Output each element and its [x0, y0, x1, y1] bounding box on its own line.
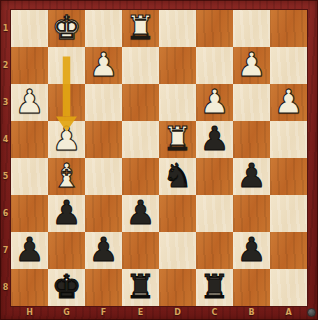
- black-pawn[interactable]: ♟: [122, 195, 159, 232]
- rank-label-3: 3: [0, 84, 11, 121]
- square-h6[interactable]: [11, 195, 48, 232]
- square-d2[interactable]: [159, 47, 196, 84]
- black-pawn[interactable]: ♟: [48, 195, 85, 232]
- square-g1[interactable]: ♚: [48, 10, 85, 47]
- square-c8[interactable]: ♜: [196, 269, 233, 306]
- rank-label-1: 1: [0, 10, 11, 47]
- square-d5[interactable]: ♞: [159, 158, 196, 195]
- file-label-g: G: [48, 306, 85, 320]
- board-frame: ♚♜♟♟♟♟♟♟♜♟♝♞♟♟♟♟♟♟♚♜♜ 12345678 HGFEDCBA: [0, 0, 318, 320]
- square-c3[interactable]: ♟: [196, 84, 233, 121]
- rank-label-8: 8: [0, 269, 11, 306]
- square-g8[interactable]: ♚: [48, 269, 85, 306]
- white-bishop[interactable]: ♝: [48, 158, 85, 195]
- rank-label-2: 2: [0, 47, 11, 84]
- black-pawn[interactable]: ♟: [11, 232, 48, 269]
- rank-label-4: 4: [0, 121, 11, 158]
- square-g5[interactable]: ♝: [48, 158, 85, 195]
- square-b3[interactable]: [233, 84, 270, 121]
- square-c1[interactable]: [196, 10, 233, 47]
- square-f7[interactable]: ♟: [85, 232, 122, 269]
- square-a6[interactable]: [270, 195, 307, 232]
- square-a3[interactable]: ♟: [270, 84, 307, 121]
- square-b4[interactable]: [233, 121, 270, 158]
- square-h8[interactable]: [11, 269, 48, 306]
- file-label-h: H: [11, 306, 48, 320]
- rank-label-7: 7: [0, 232, 11, 269]
- square-e1[interactable]: ♜: [122, 10, 159, 47]
- square-f5[interactable]: [85, 158, 122, 195]
- white-pawn[interactable]: ♟: [196, 84, 233, 121]
- square-a4[interactable]: [270, 121, 307, 158]
- square-d4[interactable]: ♜: [159, 121, 196, 158]
- square-h1[interactable]: [11, 10, 48, 47]
- square-h7[interactable]: ♟: [11, 232, 48, 269]
- black-pawn[interactable]: ♟: [233, 232, 270, 269]
- square-d6[interactable]: [159, 195, 196, 232]
- square-e7[interactable]: [122, 232, 159, 269]
- square-h3[interactable]: ♟: [11, 84, 48, 121]
- black-pawn[interactable]: ♟: [196, 121, 233, 158]
- black-king[interactable]: ♚: [48, 269, 85, 306]
- square-a1[interactable]: [270, 10, 307, 47]
- square-h5[interactable]: [11, 158, 48, 195]
- square-e8[interactable]: ♜: [122, 269, 159, 306]
- square-d7[interactable]: [159, 232, 196, 269]
- square-g7[interactable]: [48, 232, 85, 269]
- square-c4[interactable]: ♟: [196, 121, 233, 158]
- square-b6[interactable]: [233, 195, 270, 232]
- square-c2[interactable]: [196, 47, 233, 84]
- square-b7[interactable]: ♟: [233, 232, 270, 269]
- square-h2[interactable]: [11, 47, 48, 84]
- square-e5[interactable]: [122, 158, 159, 195]
- square-g3[interactable]: [48, 84, 85, 121]
- square-f6[interactable]: [85, 195, 122, 232]
- file-label-d: D: [159, 306, 196, 320]
- file-label-f: F: [85, 306, 122, 320]
- square-b8[interactable]: [233, 269, 270, 306]
- square-f1[interactable]: [85, 10, 122, 47]
- square-f2[interactable]: ♟: [85, 47, 122, 84]
- white-rook[interactable]: ♜: [122, 10, 159, 47]
- square-b5[interactable]: ♟: [233, 158, 270, 195]
- square-e3[interactable]: [122, 84, 159, 121]
- file-label-b: B: [233, 306, 270, 320]
- white-pawn[interactable]: ♟: [11, 84, 48, 121]
- square-f8[interactable]: [85, 269, 122, 306]
- black-pawn[interactable]: ♟: [233, 158, 270, 195]
- square-c6[interactable]: [196, 195, 233, 232]
- square-b1[interactable]: [233, 10, 270, 47]
- square-f3[interactable]: [85, 84, 122, 121]
- file-label-e: E: [122, 306, 159, 320]
- square-a5[interactable]: [270, 158, 307, 195]
- white-rook[interactable]: ♜: [159, 121, 196, 158]
- white-king[interactable]: ♚: [48, 10, 85, 47]
- square-c5[interactable]: [196, 158, 233, 195]
- square-g2[interactable]: [48, 47, 85, 84]
- resize-handle-icon[interactable]: [307, 308, 316, 317]
- black-knight[interactable]: ♞: [159, 158, 196, 195]
- white-pawn[interactable]: ♟: [233, 47, 270, 84]
- square-a2[interactable]: [270, 47, 307, 84]
- square-c7[interactable]: [196, 232, 233, 269]
- chess-board: ♚♜♟♟♟♟♟♟♜♟♝♞♟♟♟♟♟♟♚♜♜: [11, 10, 307, 306]
- rank-label-6: 6: [0, 195, 11, 232]
- square-a8[interactable]: [270, 269, 307, 306]
- file-label-a: A: [270, 306, 307, 320]
- white-pawn[interactable]: ♟: [85, 47, 122, 84]
- square-e4[interactable]: [122, 121, 159, 158]
- black-rook[interactable]: ♜: [122, 269, 159, 306]
- square-d1[interactable]: [159, 10, 196, 47]
- rank-label-5: 5: [0, 158, 11, 195]
- square-d3[interactable]: [159, 84, 196, 121]
- white-pawn[interactable]: ♟: [48, 121, 85, 158]
- black-rook[interactable]: ♜: [196, 269, 233, 306]
- file-label-c: C: [196, 306, 233, 320]
- square-e2[interactable]: [122, 47, 159, 84]
- square-b2[interactable]: ♟: [233, 47, 270, 84]
- square-e6[interactable]: ♟: [122, 195, 159, 232]
- square-h4[interactable]: [11, 121, 48, 158]
- black-pawn[interactable]: ♟: [85, 232, 122, 269]
- square-g6[interactable]: ♟: [48, 195, 85, 232]
- square-a7[interactable]: [270, 232, 307, 269]
- square-d8[interactable]: [159, 269, 196, 306]
- white-pawn[interactable]: ♟: [270, 84, 307, 121]
- square-f4[interactable]: [85, 121, 122, 158]
- square-g4[interactable]: ♟: [48, 121, 85, 158]
